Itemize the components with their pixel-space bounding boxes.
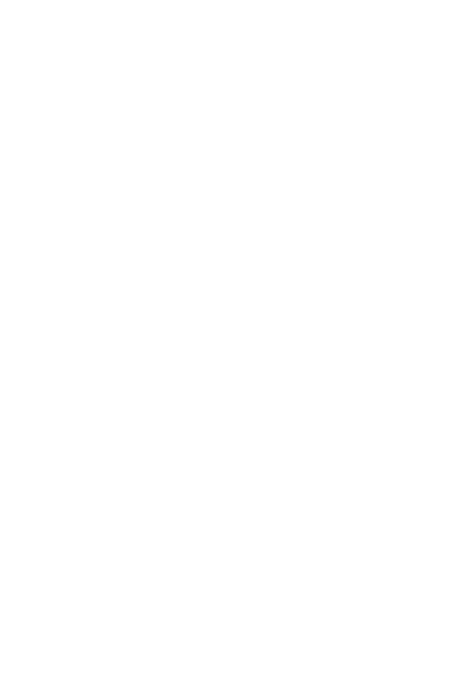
- toy-photo-scene: [0, 0, 467, 700]
